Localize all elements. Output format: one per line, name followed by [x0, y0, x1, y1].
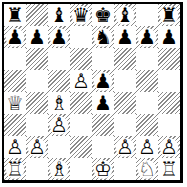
- square-d3[interactable]: [70, 114, 92, 136]
- piece-black-pawn: ♟: [48, 26, 70, 48]
- square-h1[interactable]: ♖: [158, 158, 180, 180]
- piece-white-bishop: ♗: [48, 92, 70, 114]
- square-c7[interactable]: ♟: [48, 26, 70, 48]
- square-f3[interactable]: [114, 114, 136, 136]
- square-b2[interactable]: ♙: [26, 136, 48, 158]
- square-a7[interactable]: ♟: [4, 26, 26, 48]
- square-h3[interactable]: [158, 114, 180, 136]
- square-e8[interactable]: ♚: [92, 4, 114, 26]
- square-h2[interactable]: ♙: [158, 136, 180, 158]
- square-f7[interactable]: ♟: [114, 26, 136, 48]
- square-g5[interactable]: [136, 70, 158, 92]
- square-a8[interactable]: ♜: [4, 4, 26, 26]
- piece-black-rook: ♜: [158, 4, 180, 26]
- piece-black-pawn: ♟: [114, 26, 136, 48]
- square-e1[interactable]: ♔: [92, 158, 114, 180]
- square-d2[interactable]: [70, 136, 92, 158]
- square-h8[interactable]: ♜: [158, 4, 180, 26]
- square-g7[interactable]: ♟: [136, 26, 158, 48]
- square-a4[interactable]: ♕: [4, 92, 26, 114]
- square-e4[interactable]: ♟: [92, 92, 114, 114]
- chess-diagram: ♜♝♛♚♝♜♟♟♟♞♟♟♟♙♟♕♗♟♙♙♙♙♙♙♖♗♔♘♖: [0, 0, 187, 187]
- square-h7[interactable]: ♟: [158, 26, 180, 48]
- square-e7[interactable]: ♞: [92, 26, 114, 48]
- piece-white-rook: ♖: [4, 158, 26, 180]
- square-a2[interactable]: ♙: [4, 136, 26, 158]
- piece-black-rook: ♜: [4, 4, 26, 26]
- piece-white-queen: ♕: [4, 92, 26, 114]
- square-f8[interactable]: ♝: [114, 4, 136, 26]
- square-h5[interactable]: [158, 70, 180, 92]
- square-e6[interactable]: [92, 48, 114, 70]
- square-b6[interactable]: [26, 48, 48, 70]
- square-d8[interactable]: ♛: [70, 4, 92, 26]
- square-b7[interactable]: ♟: [26, 26, 48, 48]
- square-f2[interactable]: ♙: [114, 136, 136, 158]
- square-c4[interactable]: ♗: [48, 92, 70, 114]
- square-e3[interactable]: [92, 114, 114, 136]
- square-h6[interactable]: [158, 48, 180, 70]
- square-c2[interactable]: [48, 136, 70, 158]
- piece-white-knight: ♘: [136, 158, 158, 180]
- chess-board: ♜♝♛♚♝♜♟♟♟♞♟♟♟♙♟♕♗♟♙♙♙♙♙♙♖♗♔♘♖: [2, 2, 183, 183]
- square-e5[interactable]: ♟: [92, 70, 114, 92]
- piece-white-rook: ♖: [158, 158, 180, 180]
- piece-black-bishop: ♝: [48, 4, 70, 26]
- square-g4[interactable]: [136, 92, 158, 114]
- square-g3[interactable]: [136, 114, 158, 136]
- piece-white-pawn: ♙: [158, 136, 180, 158]
- piece-black-pawn: ♟: [92, 70, 114, 92]
- square-f6[interactable]: [114, 48, 136, 70]
- piece-black-king: ♚: [92, 4, 114, 26]
- square-b3[interactable]: [26, 114, 48, 136]
- piece-white-king: ♔: [92, 158, 114, 180]
- square-g1[interactable]: ♘: [136, 158, 158, 180]
- piece-black-pawn: ♟: [92, 92, 114, 114]
- square-c6[interactable]: [48, 48, 70, 70]
- square-e2[interactable]: [92, 136, 114, 158]
- square-f1[interactable]: [114, 158, 136, 180]
- square-b5[interactable]: [26, 70, 48, 92]
- square-f5[interactable]: [114, 70, 136, 92]
- square-c5[interactable]: [48, 70, 70, 92]
- square-d4[interactable]: [70, 92, 92, 114]
- square-d7[interactable]: [70, 26, 92, 48]
- square-a6[interactable]: [4, 48, 26, 70]
- square-c8[interactable]: ♝: [48, 4, 70, 26]
- piece-black-pawn: ♟: [4, 26, 26, 48]
- square-g2[interactable]: ♙: [136, 136, 158, 158]
- piece-white-pawn: ♙: [114, 136, 136, 158]
- piece-white-pawn: ♙: [26, 136, 48, 158]
- square-g8[interactable]: [136, 4, 158, 26]
- square-f4[interactable]: [114, 92, 136, 114]
- square-h4[interactable]: [158, 92, 180, 114]
- piece-black-knight: ♞: [92, 26, 114, 48]
- piece-white-bishop: ♗: [48, 158, 70, 180]
- piece-white-pawn: ♙: [136, 136, 158, 158]
- square-a1[interactable]: ♖: [4, 158, 26, 180]
- square-a3[interactable]: [4, 114, 26, 136]
- piece-black-pawn: ♟: [158, 26, 180, 48]
- square-c1[interactable]: ♗: [48, 158, 70, 180]
- square-a5[interactable]: [4, 70, 26, 92]
- piece-black-bishop: ♝: [114, 4, 136, 26]
- piece-black-pawn: ♟: [26, 26, 48, 48]
- square-b8[interactable]: [26, 4, 48, 26]
- square-d5[interactable]: ♙: [70, 70, 92, 92]
- square-g6[interactable]: [136, 48, 158, 70]
- piece-white-pawn: ♙: [48, 114, 70, 136]
- piece-white-pawn: ♙: [70, 70, 92, 92]
- square-b1[interactable]: [26, 158, 48, 180]
- piece-white-pawn: ♙: [4, 136, 26, 158]
- piece-black-pawn: ♟: [136, 26, 158, 48]
- square-c3[interactable]: ♙: [48, 114, 70, 136]
- square-d1[interactable]: [70, 158, 92, 180]
- square-b4[interactable]: [26, 92, 48, 114]
- square-d6[interactable]: [70, 48, 92, 70]
- piece-black-queen: ♛: [70, 4, 92, 26]
